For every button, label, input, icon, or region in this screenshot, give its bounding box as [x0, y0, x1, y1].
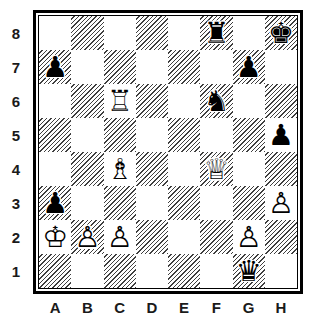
piece-halo: ♟ — [265, 186, 297, 220]
square-g4 — [233, 152, 265, 186]
file-label-g: G — [233, 296, 265, 318]
file-labels: ABCDEFGH — [39, 296, 297, 318]
square-c6: ♜♖ — [104, 84, 136, 118]
square-b5 — [71, 118, 103, 152]
piece-halo: ♜ — [104, 84, 136, 118]
square-a6 — [39, 84, 71, 118]
piece-white-bishop: ♗ — [104, 152, 136, 186]
square-b6 — [71, 84, 103, 118]
piece-white-queen: ♕ — [200, 152, 232, 186]
square-f3 — [200, 186, 232, 220]
square-c4: ♝♗ — [104, 152, 136, 186]
piece-halo: ♝ — [104, 152, 136, 186]
square-a3: ♟ — [39, 186, 71, 220]
square-c2: ♟♙ — [104, 220, 136, 254]
file-label-b: B — [71, 296, 103, 318]
square-d7 — [136, 50, 168, 84]
square-h7 — [265, 50, 297, 84]
square-b1 — [71, 254, 103, 288]
file-label-h: H — [265, 296, 297, 318]
square-e2 — [168, 220, 200, 254]
square-b4 — [71, 152, 103, 186]
rank-label-4: 4 — [2, 152, 30, 186]
square-f5 — [200, 118, 232, 152]
piece-black-pawn: ♟ — [265, 118, 297, 152]
square-h6 — [265, 84, 297, 118]
piece-halo: ♚ — [39, 220, 71, 254]
rank-label-5: 5 — [2, 118, 30, 152]
square-d4 — [136, 152, 168, 186]
square-a4 — [39, 152, 71, 186]
piece-white-pawn: ♙ — [104, 220, 136, 254]
chess-board: ♜♚♟♟♜♖♞♟♝♗♛♕♟♟♙♚♔♟♙♟♙♟♙♛ — [33, 10, 303, 294]
piece-halo: ♛ — [200, 152, 232, 186]
square-h1 — [265, 254, 297, 288]
piece-white-pawn: ♙ — [265, 186, 297, 220]
square-f7 — [200, 50, 232, 84]
piece-black-pawn: ♟ — [39, 50, 71, 84]
square-a5 — [39, 118, 71, 152]
square-c5 — [104, 118, 136, 152]
square-b8 — [71, 16, 103, 50]
square-a7: ♟ — [39, 50, 71, 84]
square-g6 — [233, 84, 265, 118]
piece-black-king: ♚ — [265, 16, 297, 50]
file-label-e: E — [168, 296, 200, 318]
square-h5: ♟ — [265, 118, 297, 152]
square-d1 — [136, 254, 168, 288]
piece-halo: ♟ — [71, 220, 103, 254]
piece-black-rook: ♜ — [200, 16, 232, 50]
board-grid: ♜♚♟♟♜♖♞♟♝♗♛♕♟♟♙♚♔♟♙♟♙♟♙♛ — [39, 16, 297, 288]
square-d8 — [136, 16, 168, 50]
square-b7 — [71, 50, 103, 84]
square-h2 — [265, 220, 297, 254]
piece-white-rook: ♖ — [104, 84, 136, 118]
square-f4: ♛♕ — [200, 152, 232, 186]
square-d6 — [136, 84, 168, 118]
rank-label-8: 8 — [2, 16, 30, 50]
square-c3 — [104, 186, 136, 220]
square-c8 — [104, 16, 136, 50]
piece-black-pawn: ♟ — [39, 186, 71, 220]
square-b2: ♟♙ — [71, 220, 103, 254]
square-e8 — [168, 16, 200, 50]
square-f2 — [200, 220, 232, 254]
file-label-f: F — [200, 296, 232, 318]
rank-label-3: 3 — [2, 186, 30, 220]
square-c7 — [104, 50, 136, 84]
square-d2 — [136, 220, 168, 254]
square-h4 — [265, 152, 297, 186]
piece-white-pawn: ♙ — [233, 220, 265, 254]
rank-label-2: 2 — [2, 220, 30, 254]
rank-label-7: 7 — [2, 50, 30, 84]
rank-labels: 87654321 — [2, 16, 30, 288]
piece-white-king: ♔ — [39, 220, 71, 254]
file-label-d: D — [136, 296, 168, 318]
square-g3 — [233, 186, 265, 220]
square-e6 — [168, 84, 200, 118]
square-e7 — [168, 50, 200, 84]
square-e3 — [168, 186, 200, 220]
square-g7: ♟ — [233, 50, 265, 84]
piece-black-knight: ♞ — [200, 84, 232, 118]
square-c1 — [104, 254, 136, 288]
square-d3 — [136, 186, 168, 220]
square-f8: ♜ — [200, 16, 232, 50]
square-f1 — [200, 254, 232, 288]
square-f6: ♞ — [200, 84, 232, 118]
file-label-c: C — [104, 296, 136, 318]
square-h8: ♚ — [265, 16, 297, 50]
square-g1: ♛ — [233, 254, 265, 288]
square-e4 — [168, 152, 200, 186]
piece-black-pawn: ♟ — [233, 50, 265, 84]
chess-diagram-page: 87654321 ♜♚♟♟♜♖♞♟♝♗♛♕♟♟♙♚♔♟♙♟♙♟♙♛ ABCDEF… — [0, 0, 314, 320]
board-inner-border: ♜♚♟♟♜♖♞♟♝♗♛♕♟♟♙♚♔♟♙♟♙♟♙♛ — [38, 15, 298, 289]
square-e5 — [168, 118, 200, 152]
square-g5 — [233, 118, 265, 152]
square-a2: ♚♔ — [39, 220, 71, 254]
square-b3 — [71, 186, 103, 220]
square-e1 — [168, 254, 200, 288]
square-a8 — [39, 16, 71, 50]
file-label-a: A — [39, 296, 71, 318]
piece-halo: ♟ — [104, 220, 136, 254]
square-g2: ♟♙ — [233, 220, 265, 254]
square-a1 — [39, 254, 71, 288]
square-d5 — [136, 118, 168, 152]
square-h3: ♟♙ — [265, 186, 297, 220]
rank-label-1: 1 — [2, 254, 30, 288]
piece-white-pawn: ♙ — [71, 220, 103, 254]
piece-halo: ♟ — [233, 220, 265, 254]
rank-label-6: 6 — [2, 84, 30, 118]
piece-black-queen: ♛ — [233, 254, 265, 288]
square-g8 — [233, 16, 265, 50]
